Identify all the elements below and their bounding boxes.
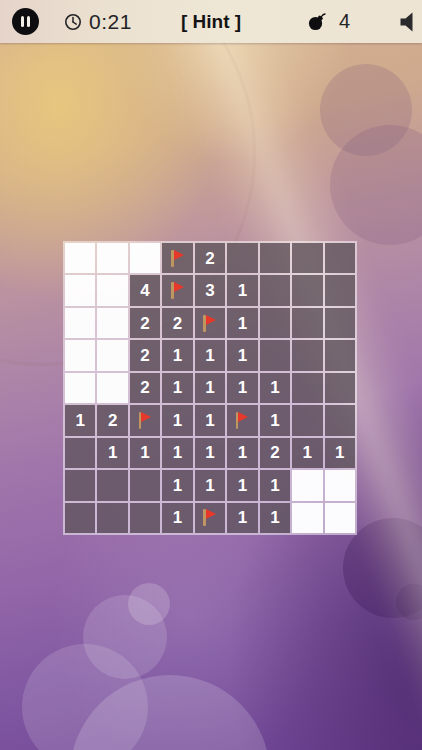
cell-r1c1[interactable] [65,243,95,273]
flag-icon [236,412,249,429]
adjacent-mine-count: 1 [238,477,247,494]
adjacent-mine-count: 1 [270,379,279,396]
adjacent-mine-count: 1 [238,509,247,526]
adjacent-mine-count: 1 [205,412,214,429]
adjacent-mine-count: 1 [205,477,214,494]
adjacent-mine-count: 2 [173,315,182,332]
cell-r4c5[interactable]: 1 [195,340,225,370]
adjacent-mine-count: 1 [270,412,279,429]
cell-r3c5[interactable] [195,308,225,338]
adjacent-mine-count: 1 [238,315,247,332]
adjacent-mine-count: 1 [205,347,214,364]
flag-icon [203,315,216,332]
cell-r5c8[interactable] [292,373,322,403]
cell-r9c5[interactable] [195,503,225,533]
adjacent-mine-count: 1 [238,347,247,364]
cell-r7c9[interactable]: 1 [325,438,355,468]
cell-r3c9[interactable] [325,308,355,338]
cell-r1c4[interactable] [162,243,192,273]
adjacent-mine-count: 1 [238,444,247,461]
cell-r4c1[interactable] [65,340,95,370]
cell-r6c9[interactable] [325,405,355,435]
cell-r3c3[interactable]: 2 [130,308,160,338]
mine-count: 4 [339,10,350,33]
pause-icon [27,16,30,27]
adjacent-mine-count: 2 [140,379,149,396]
adjacent-mine-count: 1 [238,379,247,396]
cell-r4c7[interactable] [260,340,290,370]
cell-r3c4[interactable]: 2 [162,308,192,338]
adjacent-mine-count: 1 [140,444,149,461]
pause-button[interactable] [12,8,39,35]
cell-r3c1[interactable] [65,308,95,338]
cell-r1c5[interactable]: 2 [195,243,225,273]
top-bar: 0:21 [ Hint ] 4 [0,0,422,43]
board: 243122121112111112111111112111111111 [63,241,357,535]
timer: 0:21 [64,0,132,43]
cell-r6c4[interactable]: 1 [162,405,192,435]
adjacent-mine-count: 1 [173,509,182,526]
cell-r5c5[interactable]: 1 [195,373,225,403]
timer-value: 0:21 [89,10,132,34]
cell-r7c7[interactable]: 2 [260,438,290,468]
bomb-icon [307,11,328,32]
cell-r6c5[interactable]: 1 [195,405,225,435]
cell-r8c1[interactable] [65,470,95,500]
adjacent-mine-count: 1 [173,379,182,396]
flag-icon [171,282,184,299]
cell-r6c3[interactable] [130,405,160,435]
cell-r7c1[interactable] [65,438,95,468]
cell-r5c9[interactable] [325,373,355,403]
cell-r7c6[interactable]: 1 [227,438,257,468]
cell-r4c6[interactable]: 1 [227,340,257,370]
cell-r4c3[interactable]: 2 [130,340,160,370]
adjacent-mine-count: 2 [140,347,149,364]
adjacent-mine-count: 1 [205,444,214,461]
adjacent-mine-count: 2 [108,412,117,429]
cell-r8c6[interactable]: 1 [227,470,257,500]
cell-r1c8[interactable] [292,243,322,273]
adjacent-mine-count: 1 [238,282,247,299]
clock-icon [64,13,82,31]
cell-r8c9[interactable] [325,470,355,500]
cell-r2c7[interactable] [260,275,290,305]
cell-r2c3[interactable]: 4 [130,275,160,305]
cell-r9c7[interactable]: 1 [260,503,290,533]
cell-r8c7[interactable]: 1 [260,470,290,500]
hint-button[interactable]: [ Hint ] [181,0,241,43]
cell-r2c8[interactable] [292,275,322,305]
cell-r9c2[interactable] [97,503,127,533]
cell-r1c7[interactable] [260,243,290,273]
flag-icon [139,412,152,429]
adjacent-mine-count: 3 [205,282,214,299]
cell-r5c6[interactable]: 1 [227,373,257,403]
adjacent-mine-count: 2 [270,444,279,461]
cell-r7c2[interactable]: 1 [97,438,127,468]
cell-r2c5[interactable]: 3 [195,275,225,305]
cell-r7c4[interactable]: 1 [162,438,192,468]
cell-r1c3[interactable] [130,243,160,273]
adjacent-mine-count: 1 [205,379,214,396]
cell-r8c5[interactable]: 1 [195,470,225,500]
cell-r6c7[interactable]: 1 [260,405,290,435]
adjacent-mine-count: 4 [140,282,149,299]
adjacent-mine-count: 1 [75,412,84,429]
cell-r9c8[interactable] [292,503,322,533]
cell-r5c3[interactable]: 2 [130,373,160,403]
cell-r2c2[interactable] [97,275,127,305]
cell-r8c3[interactable] [130,470,160,500]
adjacent-mine-count: 1 [108,444,117,461]
adjacent-mine-count: 1 [173,347,182,364]
adjacent-mine-count: 1 [270,477,279,494]
pause-icon [21,16,24,27]
cell-r1c2[interactable] [97,243,127,273]
cell-r1c9[interactable] [325,243,355,273]
speaker-button[interactable] [399,0,414,43]
cell-r9c4[interactable]: 1 [162,503,192,533]
cell-r2c9[interactable] [325,275,355,305]
cell-r5c2[interactable] [97,373,127,403]
cell-r9c3[interactable] [130,503,160,533]
adjacent-mine-count: 1 [270,509,279,526]
cell-r7c5[interactable]: 1 [195,438,225,468]
cell-r3c2[interactable] [97,308,127,338]
cell-r6c8[interactable] [292,405,322,435]
flag-icon [171,250,184,267]
cell-r5c7[interactable]: 1 [260,373,290,403]
cell-r4c4[interactable]: 1 [162,340,192,370]
cell-r8c2[interactable] [97,470,127,500]
cell-r6c2[interactable]: 2 [97,405,127,435]
cell-r1c6[interactable] [227,243,257,273]
adjacent-mine-count: 2 [205,250,214,267]
cell-r9c9[interactable] [325,503,355,533]
cell-r6c1[interactable]: 1 [65,405,95,435]
cell-r7c3[interactable]: 1 [130,438,160,468]
mine-counter: 4 [307,0,350,43]
adjacent-mine-count: 1 [173,412,182,429]
cell-r8c4[interactable]: 1 [162,470,192,500]
cell-r4c2[interactable] [97,340,127,370]
cell-r3c7[interactable] [260,308,290,338]
speaker-icon [399,10,414,34]
cell-r5c4[interactable]: 1 [162,373,192,403]
minesweeper-app: 0:21 [ Hint ] 4 243122121112111112111111… [0,0,422,750]
adjacent-mine-count: 1 [335,444,344,461]
adjacent-mine-count: 1 [173,444,182,461]
cell-r2c6[interactable]: 1 [227,275,257,305]
cell-r2c1[interactable] [65,275,95,305]
cell-r8c8[interactable] [292,470,322,500]
cell-r2c4[interactable] [162,275,192,305]
adjacent-mine-count: 2 [140,315,149,332]
flag-icon [203,509,216,526]
adjacent-mine-count: 1 [303,444,312,461]
cell-r4c9[interactable] [325,340,355,370]
cell-r7c8[interactable]: 1 [292,438,322,468]
cell-r9c6[interactable]: 1 [227,503,257,533]
cell-r4c8[interactable] [292,340,322,370]
cell-r5c1[interactable] [65,373,95,403]
adjacent-mine-count: 1 [173,477,182,494]
cell-r9c1[interactable] [65,503,95,533]
cell-r6c6[interactable] [227,405,257,435]
cell-r3c6[interactable]: 1 [227,308,257,338]
cell-r3c8[interactable] [292,308,322,338]
